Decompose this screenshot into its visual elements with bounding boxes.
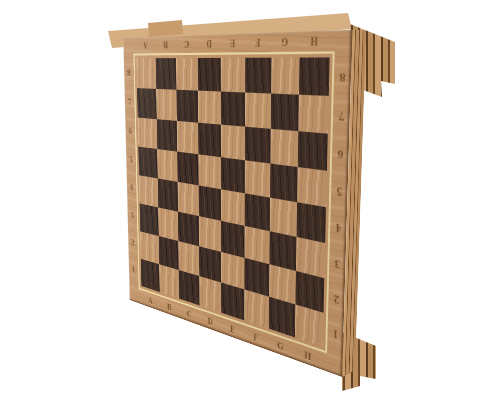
left-coord-label-2: 2 [129,228,138,257]
square-g4 [270,198,297,237]
square-h6 [298,131,328,171]
square-d5 [198,154,221,189]
right-coord-label-4: 4 [331,208,346,247]
left-coord-label-8: 8 [124,58,133,88]
square-f1 [244,289,269,328]
right-coord-label-2: 2 [329,280,344,319]
square-e5 [221,157,245,193]
square-d6 [198,123,221,157]
top-coord-label-b: B [155,37,176,52]
square-e4 [221,189,245,226]
square-a5 [138,147,157,179]
square-c4 [178,182,199,216]
square-b8 [156,58,177,90]
right-coord-label-8: 8 [335,57,351,96]
square-b7 [156,89,177,121]
square-g7 [271,94,299,132]
left-coord-label-6: 6 [126,117,135,147]
top-coord-label-d: D [197,36,220,52]
square-g5 [270,164,298,203]
right-coord-label-6: 6 [333,134,349,173]
square-f8 [245,58,271,94]
square-c8 [176,58,198,91]
square-g8 [271,58,299,95]
square-c6 [177,121,199,154]
square-h8 [299,57,330,95]
square-a7 [137,88,157,119]
square-g6 [270,129,298,167]
square-h1 [295,304,324,346]
square-g1 [269,297,296,338]
left-coord-label-4: 4 [127,173,136,203]
square-a4 [139,175,158,207]
square-e1 [221,283,244,321]
right-coord-label-7: 7 [334,96,350,135]
square-c1 [179,270,200,305]
square-e7 [221,92,245,127]
square-f7 [245,93,271,129]
square-e6 [221,125,245,161]
left-coord-label-5: 5 [126,145,135,175]
square-a1 [141,259,160,292]
square-d7 [198,91,221,125]
square-c7 [176,90,198,123]
square-h5 [297,167,327,207]
square-f4 [245,193,270,231]
square-b6 [157,119,178,151]
square-b5 [157,149,177,182]
chess-box: ABCDEFGH ABCDEFGH 87654321 87654321 [130,30,359,373]
right-coord-label-5: 5 [332,172,348,211]
square-c5 [177,152,198,186]
file-labels-top: ABCDEFGH [136,32,330,53]
right-coord-label-1: 1 [328,314,343,353]
left-coord-label-3: 3 [128,201,137,230]
square-a8 [136,58,156,89]
square-a6 [138,118,158,149]
left-coord-label-1: 1 [129,255,138,284]
top-coord-label-c: C [176,36,198,52]
square-d4 [199,185,221,220]
square-b1 [159,264,179,298]
square-b4 [158,178,178,211]
square-d1 [199,276,221,313]
top-coord-label-f: F [245,34,271,51]
product-photo-canvas: { "game": "chess", "scene_description": … [0,0,500,400]
square-h7 [298,95,328,134]
right-coord-label-3: 3 [330,244,345,283]
square-d8 [198,58,221,92]
top-coord-label-e: E [221,35,245,52]
top-coord-label-g: G [270,33,299,51]
square-e8 [221,58,246,93]
top-coord-label-h: H [299,32,331,51]
square-f6 [245,127,271,164]
chess-board-face: ABCDEFGH ABCDEFGH 87654321 87654321 [123,30,352,377]
left-coord-label-7: 7 [125,88,134,118]
top-coord-label-a: A [136,38,155,53]
chess-box-scene: ABCDEFGH ABCDEFGH 87654321 87654321 [0,0,500,400]
square-f5 [245,160,271,197]
